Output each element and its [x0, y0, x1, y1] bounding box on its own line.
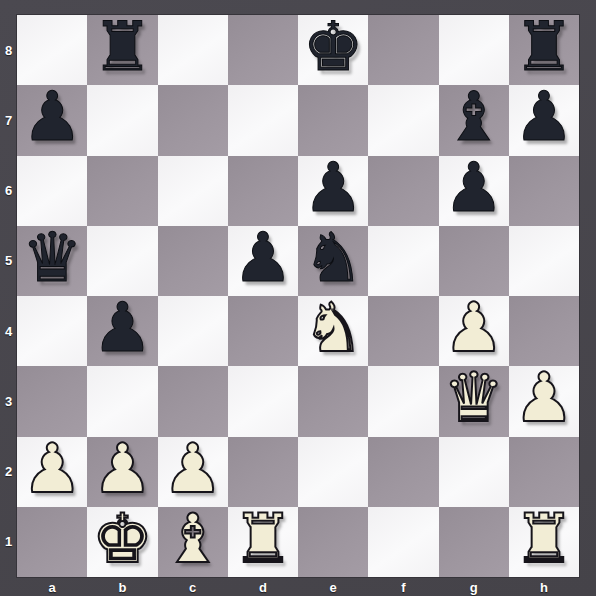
- square-c4[interactable]: [158, 296, 228, 366]
- square-f4[interactable]: [368, 296, 438, 366]
- square-a1[interactable]: [17, 507, 87, 577]
- square-e2[interactable]: [298, 437, 368, 507]
- square-a2[interactable]: ♟: [17, 437, 87, 507]
- white-rook[interactable]: ♜: [232, 505, 293, 573]
- square-b1[interactable]: ♚: [87, 507, 157, 577]
- square-e4[interactable]: ♞: [298, 296, 368, 366]
- square-g2[interactable]: [439, 437, 509, 507]
- square-d2[interactable]: [228, 437, 298, 507]
- square-g5[interactable]: [439, 226, 509, 296]
- black-pawn[interactable]: ♟: [22, 83, 83, 151]
- square-f2[interactable]: [368, 437, 438, 507]
- chess-board-frame: ♜♚♜♟♝♟♟♟♛♟♞♟♞♟♛♟♟♟♟♚♝♜♜ 87654321 abcdefg…: [0, 0, 596, 596]
- white-bishop[interactable]: ♝: [162, 505, 223, 573]
- square-b6[interactable]: [87, 156, 157, 226]
- square-e1[interactable]: [298, 507, 368, 577]
- file-label-c: c: [158, 578, 228, 596]
- black-rook[interactable]: ♜: [513, 13, 574, 81]
- square-a7[interactable]: ♟: [17, 85, 87, 155]
- black-king[interactable]: ♚: [303, 13, 364, 81]
- square-g8[interactable]: [439, 15, 509, 85]
- square-a6[interactable]: [17, 156, 87, 226]
- square-h5[interactable]: [509, 226, 579, 296]
- white-queen[interactable]: ♛: [443, 364, 504, 432]
- chess-board: ♜♚♜♟♝♟♟♟♛♟♞♟♞♟♛♟♟♟♟♚♝♜♜: [17, 15, 579, 577]
- file-label-a: a: [17, 578, 87, 596]
- square-c8[interactable]: [158, 15, 228, 85]
- square-e3[interactable]: [298, 366, 368, 436]
- square-f5[interactable]: [368, 226, 438, 296]
- square-a4[interactable]: [17, 296, 87, 366]
- white-rook[interactable]: ♜: [513, 505, 574, 573]
- square-h2[interactable]: [509, 437, 579, 507]
- square-b3[interactable]: [87, 366, 157, 436]
- square-f8[interactable]: [368, 15, 438, 85]
- file-label-e: e: [298, 578, 368, 596]
- square-e6[interactable]: ♟: [298, 156, 368, 226]
- square-b5[interactable]: [87, 226, 157, 296]
- square-e5[interactable]: ♞: [298, 226, 368, 296]
- square-e7[interactable]: [298, 85, 368, 155]
- rank-label-1: 1: [0, 507, 17, 577]
- white-pawn[interactable]: ♟: [443, 294, 504, 362]
- white-knight[interactable]: ♞: [303, 294, 364, 362]
- white-pawn[interactable]: ♟: [92, 435, 153, 503]
- square-h6[interactable]: [509, 156, 579, 226]
- square-g6[interactable]: ♟: [439, 156, 509, 226]
- rank-label-6: 6: [0, 156, 17, 226]
- square-h1[interactable]: ♜: [509, 507, 579, 577]
- square-c2[interactable]: ♟: [158, 437, 228, 507]
- square-f3[interactable]: [368, 366, 438, 436]
- black-pawn[interactable]: ♟: [232, 224, 293, 292]
- square-g4[interactable]: ♟: [439, 296, 509, 366]
- square-c3[interactable]: [158, 366, 228, 436]
- square-b4[interactable]: ♟: [87, 296, 157, 366]
- square-a8[interactable]: [17, 15, 87, 85]
- square-d6[interactable]: [228, 156, 298, 226]
- rank-label-7: 7: [0, 85, 17, 155]
- black-pawn[interactable]: ♟: [303, 154, 364, 222]
- file-label-b: b: [87, 578, 157, 596]
- square-d4[interactable]: [228, 296, 298, 366]
- square-d5[interactable]: ♟: [228, 226, 298, 296]
- file-label-g: g: [439, 578, 509, 596]
- square-b7[interactable]: [87, 85, 157, 155]
- white-pawn[interactable]: ♟: [22, 435, 83, 503]
- file-label-h: h: [509, 578, 579, 596]
- square-f6[interactable]: [368, 156, 438, 226]
- square-b8[interactable]: ♜: [87, 15, 157, 85]
- rank-label-5: 5: [0, 226, 17, 296]
- square-c7[interactable]: [158, 85, 228, 155]
- square-c5[interactable]: [158, 226, 228, 296]
- rank-label-4: 4: [0, 296, 17, 366]
- square-h3[interactable]: ♟: [509, 366, 579, 436]
- square-d7[interactable]: [228, 85, 298, 155]
- square-a5[interactable]: ♛: [17, 226, 87, 296]
- black-pawn[interactable]: ♟: [443, 154, 504, 222]
- square-f7[interactable]: [368, 85, 438, 155]
- file-label-f: f: [368, 578, 438, 596]
- black-pawn[interactable]: ♟: [92, 294, 153, 362]
- square-f1[interactable]: [368, 507, 438, 577]
- square-c6[interactable]: [158, 156, 228, 226]
- square-e8[interactable]: ♚: [298, 15, 368, 85]
- black-knight[interactable]: ♞: [303, 224, 364, 292]
- square-g1[interactable]: [439, 507, 509, 577]
- square-d3[interactable]: [228, 366, 298, 436]
- square-g7[interactable]: ♝: [439, 85, 509, 155]
- white-pawn[interactable]: ♟: [513, 364, 574, 432]
- black-rook[interactable]: ♜: [92, 13, 153, 81]
- rank-label-2: 2: [0, 437, 17, 507]
- square-c1[interactable]: ♝: [158, 507, 228, 577]
- square-d8[interactable]: [228, 15, 298, 85]
- black-queen[interactable]: ♛: [22, 224, 83, 292]
- rank-label-3: 3: [0, 366, 17, 436]
- square-h4[interactable]: [509, 296, 579, 366]
- file-label-d: d: [228, 578, 298, 596]
- square-a3[interactable]: [17, 366, 87, 436]
- white-pawn[interactable]: ♟: [162, 435, 223, 503]
- square-d1[interactable]: ♜: [228, 507, 298, 577]
- square-g3[interactable]: ♛: [439, 366, 509, 436]
- square-h8[interactable]: ♜: [509, 15, 579, 85]
- white-king[interactable]: ♚: [92, 505, 153, 573]
- square-b2[interactable]: ♟: [87, 437, 157, 507]
- black-bishop[interactable]: ♝: [443, 83, 504, 151]
- rank-label-8: 8: [0, 15, 17, 85]
- black-pawn[interactable]: ♟: [513, 83, 574, 151]
- square-h7[interactable]: ♟: [509, 85, 579, 155]
